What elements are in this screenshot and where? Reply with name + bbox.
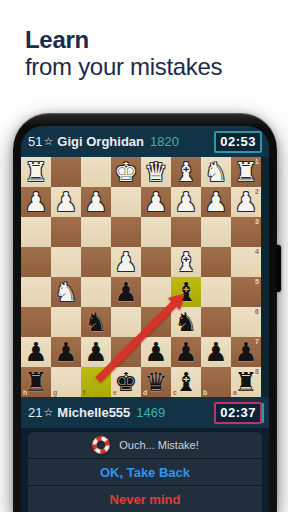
dialog-message-row: Ouch... Mistake! xyxy=(28,432,262,458)
square-a5[interactable]: 5 xyxy=(231,277,261,307)
piece-black-pawn: ♟ xyxy=(171,337,201,367)
opponent-bar: 51 ☆ Gigi Orghidan 1820 02:53 xyxy=(21,126,269,157)
rank-label: 5 xyxy=(255,278,259,285)
square-e3[interactable] xyxy=(111,217,141,247)
square-b7[interactable]: ♟ xyxy=(201,337,231,367)
rank-label: 1 xyxy=(255,158,259,165)
marketing-screenshot: Learn from your mistakes 51 ☆ Gigi Orghi… xyxy=(0,0,288,512)
square-h2[interactable]: ♟ xyxy=(21,187,51,217)
piece-black-pawn: ♟ xyxy=(141,337,171,367)
square-h5[interactable] xyxy=(21,277,51,307)
piece-white-pawn: ♟ xyxy=(141,187,171,217)
piece-white-knight: ♞ xyxy=(201,157,231,187)
square-c7[interactable]: ♟ xyxy=(171,337,201,367)
rank-label: 3 xyxy=(255,218,259,225)
square-h4[interactable] xyxy=(21,247,51,277)
never-mind-label: Never mind xyxy=(110,492,181,507)
piece-white-knight: ♞ xyxy=(51,277,81,307)
square-b8[interactable]: b xyxy=(201,367,231,397)
piece-white-pawn: ♟ xyxy=(111,247,141,277)
opponent-clock: 02:53 xyxy=(214,131,262,153)
square-b6[interactable] xyxy=(201,307,231,337)
square-e1[interactable]: ♚ xyxy=(111,157,141,187)
square-d3[interactable] xyxy=(141,217,171,247)
piece-white-bishop: ♝ xyxy=(171,157,201,187)
piece-black-pawn: ♟ xyxy=(111,277,141,307)
square-c6[interactable]: ♞ xyxy=(171,307,201,337)
square-e6[interactable] xyxy=(111,307,141,337)
piece-white-bishop: ♝ xyxy=(171,247,201,277)
file-label: d xyxy=(143,389,147,396)
star-icon: ☆ xyxy=(43,406,53,419)
square-e4[interactable]: ♟ xyxy=(111,247,141,277)
square-g8[interactable]: g xyxy=(51,367,81,397)
square-h8[interactable]: h♜ xyxy=(21,367,51,397)
square-g3[interactable] xyxy=(51,217,81,247)
player-rating: 1469 xyxy=(136,405,165,420)
lifebuoy-icon xyxy=(89,432,114,457)
file-label: h xyxy=(23,389,27,396)
square-h1[interactable]: ♜ xyxy=(21,157,51,187)
square-d4[interactable] xyxy=(141,247,171,277)
square-c4[interactable]: ♝ xyxy=(171,247,201,277)
piece-white-pawn: ♟ xyxy=(81,187,111,217)
file-label: a xyxy=(233,389,237,396)
rank-label: 7 xyxy=(255,338,259,345)
square-h7[interactable]: ♟ xyxy=(21,337,51,367)
file-label: b xyxy=(203,389,207,396)
square-a2[interactable]: 2♟ xyxy=(231,187,261,217)
piece-white-pawn: ♟ xyxy=(21,187,51,217)
page-title: Learn from your mistakes xyxy=(25,26,222,80)
phone-mockup: 51 ☆ Gigi Orghidan 1820 02:53 ♜♚♛♝♞1♜♟♟♟… xyxy=(13,113,277,512)
rank-label: 2 xyxy=(255,188,259,195)
square-e7[interactable] xyxy=(111,337,141,367)
piece-black-pawn: ♟ xyxy=(201,337,231,367)
square-b1[interactable]: ♞ xyxy=(201,157,231,187)
square-a6[interactable]: 6 xyxy=(231,307,261,337)
square-d2[interactable]: ♟ xyxy=(141,187,171,217)
square-f6[interactable]: ♞ xyxy=(81,307,111,337)
square-b2[interactable]: ♟ xyxy=(201,187,231,217)
dialog-backdrop: Ouch... Mistake! OK, Take Back Never min… xyxy=(21,428,269,512)
player-bar: 21 ☆ Michelle555 1469 02:37 xyxy=(21,397,269,428)
square-b4[interactable] xyxy=(201,247,231,277)
rank-label: 6 xyxy=(255,308,259,315)
square-f1[interactable] xyxy=(81,157,111,187)
player-clock: 02:37 xyxy=(214,402,262,424)
square-b3[interactable] xyxy=(201,217,231,247)
square-d8[interactable]: d♛ xyxy=(141,367,171,397)
file-label: f xyxy=(83,389,85,396)
square-f2[interactable]: ♟ xyxy=(81,187,111,217)
square-a1[interactable]: 1♜ xyxy=(231,157,261,187)
square-d5[interactable] xyxy=(141,277,171,307)
square-d6[interactable] xyxy=(141,307,171,337)
file-label: g xyxy=(53,389,57,396)
phone-power-button xyxy=(276,245,281,292)
square-g1[interactable] xyxy=(51,157,81,187)
player-name: Michelle555 xyxy=(57,405,130,420)
piece-white-pawn: ♟ xyxy=(171,187,201,217)
square-h3[interactable] xyxy=(21,217,51,247)
square-c3[interactable] xyxy=(171,217,201,247)
phone-screen: 51 ☆ Gigi Orghidan 1820 02:53 ♜♚♛♝♞1♜♟♟♟… xyxy=(21,126,269,512)
square-c2[interactable]: ♟ xyxy=(171,187,201,217)
square-g4[interactable] xyxy=(51,247,81,277)
take-back-button[interactable]: OK, Take Back xyxy=(28,459,262,485)
square-f3[interactable] xyxy=(81,217,111,247)
square-a7[interactable]: 7♟ xyxy=(231,337,261,367)
take-back-label: OK, Take Back xyxy=(100,465,190,480)
square-d1[interactable]: ♛ xyxy=(141,157,171,187)
piece-white-pawn: ♟ xyxy=(201,187,231,217)
opponent-rating: 1820 xyxy=(150,134,179,149)
piece-white-rook: ♜ xyxy=(21,157,51,187)
piece-black-bishop: ♝ xyxy=(171,277,201,307)
square-g7[interactable]: ♟ xyxy=(51,337,81,367)
piece-white-pawn: ♟ xyxy=(51,187,81,217)
piece-black-knight: ♞ xyxy=(81,307,111,337)
square-e2[interactable] xyxy=(111,187,141,217)
board-area: ♜♚♛♝♞1♜♟♟♟♟♟♟2♟3♟♝4♞♟♝5♞♞6♟♟♟♟♟♟7♟h♜gfe♚… xyxy=(21,157,269,397)
star-icon: ☆ xyxy=(43,135,53,148)
title-line-rest: from your mistakes xyxy=(25,53,222,80)
square-e8[interactable]: e♚ xyxy=(111,367,141,397)
opponent-name: Gigi Orghidan xyxy=(57,134,144,149)
piece-white-queen: ♛ xyxy=(141,157,171,187)
piece-black-pawn: ♟ xyxy=(51,337,81,367)
piece-black-pawn: ♟ xyxy=(81,337,111,367)
rank-label: 4 xyxy=(255,248,259,255)
square-f4[interactable] xyxy=(81,247,111,277)
chess-board: ♜♚♛♝♞1♜♟♟♟♟♟♟2♟3♟♝4♞♟♝5♞♞6♟♟♟♟♟♟7♟h♜gfe♚… xyxy=(21,157,261,397)
square-c5[interactable]: ♝ xyxy=(171,277,201,307)
opponent-level: 51 xyxy=(28,134,42,149)
square-c8[interactable]: c♝ xyxy=(171,367,201,397)
square-a4[interactable]: 4 xyxy=(231,247,261,277)
square-a8[interactable]: 8a♜ xyxy=(231,367,261,397)
file-label: e xyxy=(113,389,117,396)
square-f8[interactable]: f xyxy=(81,367,111,397)
never-mind-button[interactable]: Never mind xyxy=(28,486,262,512)
rank-label: 8 xyxy=(255,368,259,375)
square-a3[interactable]: 3 xyxy=(231,217,261,247)
piece-white-king: ♚ xyxy=(111,157,141,187)
square-g5[interactable]: ♞ xyxy=(51,277,81,307)
square-h6[interactable] xyxy=(21,307,51,337)
mistake-message: Ouch... Mistake! xyxy=(119,439,198,451)
file-label: c xyxy=(173,389,177,396)
player-level: 21 xyxy=(28,405,42,420)
square-f7[interactable]: ♟ xyxy=(81,337,111,367)
square-g6[interactable] xyxy=(51,307,81,337)
square-b5[interactable] xyxy=(201,277,231,307)
mistake-dialog: Ouch... Mistake! OK, Take Back Never min… xyxy=(28,432,262,512)
square-g2[interactable]: ♟ xyxy=(51,187,81,217)
title-line-bold: Learn xyxy=(25,26,222,53)
square-d7[interactable]: ♟ xyxy=(141,337,171,367)
square-c1[interactable]: ♝ xyxy=(171,157,201,187)
square-f5[interactable] xyxy=(81,277,111,307)
piece-black-knight: ♞ xyxy=(171,307,201,337)
square-e5[interactable]: ♟ xyxy=(111,277,141,307)
piece-black-pawn: ♟ xyxy=(21,337,51,367)
